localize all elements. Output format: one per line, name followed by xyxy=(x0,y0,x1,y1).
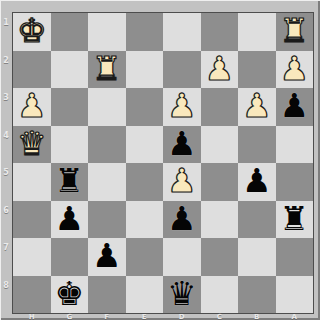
rank-label-2: 2 xyxy=(0,50,12,88)
white-pawn-d5: ♟ xyxy=(167,163,197,199)
square-f7[interactable]: ♟ xyxy=(88,238,126,276)
square-a3[interactable]: ♟ xyxy=(276,88,314,126)
square-c5[interactable] xyxy=(201,163,239,201)
square-c2[interactable]: ♟ xyxy=(201,51,239,89)
black-king-g8: ♚ xyxy=(54,276,84,312)
rank-label-5: 5 xyxy=(0,162,12,200)
square-g4[interactable] xyxy=(51,126,89,164)
square-b1[interactable] xyxy=(238,13,276,51)
square-e5[interactable] xyxy=(126,163,164,201)
square-d1[interactable] xyxy=(163,13,201,51)
file-label-g: G xyxy=(51,313,89,320)
square-f2[interactable]: ♜ xyxy=(88,51,126,89)
file-label-a: A xyxy=(276,313,314,320)
square-g5[interactable]: ♜ xyxy=(51,163,89,201)
square-e7[interactable] xyxy=(126,238,164,276)
square-d8[interactable]: ♛ xyxy=(163,276,201,314)
square-c4[interactable] xyxy=(201,126,239,164)
square-b7[interactable] xyxy=(238,238,276,276)
rank-label-6: 6 xyxy=(0,200,12,238)
square-f6[interactable] xyxy=(88,201,126,239)
white-pawn-c2: ♟ xyxy=(204,51,234,87)
square-b2[interactable] xyxy=(238,51,276,89)
square-b8[interactable] xyxy=(238,276,276,314)
square-f1[interactable] xyxy=(88,13,126,51)
black-pawn-a3: ♟ xyxy=(279,88,309,124)
square-g7[interactable] xyxy=(51,238,89,276)
square-h7[interactable] xyxy=(13,238,51,276)
square-c8[interactable] xyxy=(201,276,239,314)
square-b6[interactable] xyxy=(238,201,276,239)
square-g3[interactable] xyxy=(51,88,89,126)
square-h8[interactable] xyxy=(13,276,51,314)
chess-board-frame: 12345678 ♚♜♜♟♟♟♟♟♟♛♟♜♟♟♟♟♜♟♚♛ HGFEDCBA xyxy=(0,0,320,320)
square-a4[interactable] xyxy=(276,126,314,164)
square-c3[interactable] xyxy=(201,88,239,126)
file-labels: HGFEDCBA xyxy=(13,313,313,320)
square-a5[interactable] xyxy=(276,163,314,201)
square-a2[interactable]: ♟ xyxy=(276,51,314,89)
square-e3[interactable] xyxy=(126,88,164,126)
square-b5[interactable]: ♟ xyxy=(238,163,276,201)
rank-label-8: 8 xyxy=(0,275,12,313)
file-label-d: D xyxy=(163,313,201,320)
black-pawn-d6: ♟ xyxy=(167,201,197,237)
square-h3[interactable]: ♟ xyxy=(13,88,51,126)
square-h6[interactable] xyxy=(13,201,51,239)
square-c6[interactable] xyxy=(201,201,239,239)
file-label-f: F xyxy=(88,313,126,320)
white-king-h1: ♚ xyxy=(17,13,47,49)
square-f8[interactable] xyxy=(88,276,126,314)
white-pawn-h3: ♟ xyxy=(17,88,47,124)
black-rook-g5: ♜ xyxy=(54,163,84,199)
white-rook-a1: ♜ xyxy=(279,13,309,49)
square-a7[interactable] xyxy=(276,238,314,276)
square-b3[interactable]: ♟ xyxy=(238,88,276,126)
black-pawn-f7: ♟ xyxy=(92,238,122,274)
rank-label-7: 7 xyxy=(0,237,12,275)
black-pawn-b5: ♟ xyxy=(242,163,272,199)
square-h4[interactable]: ♛ xyxy=(13,126,51,164)
square-a1[interactable]: ♜ xyxy=(276,13,314,51)
file-label-c: C xyxy=(201,313,239,320)
square-d3[interactable]: ♟ xyxy=(163,88,201,126)
black-rook-a6: ♜ xyxy=(279,201,309,237)
white-pawn-d3: ♟ xyxy=(167,88,197,124)
white-pawn-b3: ♟ xyxy=(242,88,272,124)
white-pawn-a2: ♟ xyxy=(279,51,309,87)
square-f3[interactable] xyxy=(88,88,126,126)
rank-label-3: 3 xyxy=(0,87,12,125)
square-h1[interactable]: ♚ xyxy=(13,13,51,51)
file-label-e: E xyxy=(126,313,164,320)
rank-label-4: 4 xyxy=(0,125,12,163)
square-c7[interactable] xyxy=(201,238,239,276)
square-f4[interactable] xyxy=(88,126,126,164)
square-g8[interactable]: ♚ xyxy=(51,276,89,314)
square-e4[interactable] xyxy=(126,126,164,164)
square-d4[interactable]: ♟ xyxy=(163,126,201,164)
square-a8[interactable] xyxy=(276,276,314,314)
square-h2[interactable] xyxy=(13,51,51,89)
square-e1[interactable] xyxy=(126,13,164,51)
black-pawn-g6: ♟ xyxy=(54,201,84,237)
square-e6[interactable] xyxy=(126,201,164,239)
square-b4[interactable] xyxy=(238,126,276,164)
file-label-h: H xyxy=(13,313,51,320)
file-label-b: B xyxy=(238,313,276,320)
square-e8[interactable] xyxy=(126,276,164,314)
square-d7[interactable] xyxy=(163,238,201,276)
square-g6[interactable]: ♟ xyxy=(51,201,89,239)
square-d2[interactable] xyxy=(163,51,201,89)
square-f5[interactable] xyxy=(88,163,126,201)
square-h5[interactable] xyxy=(13,163,51,201)
white-rook-f2: ♜ xyxy=(92,51,122,87)
black-queen-d8: ♛ xyxy=(167,276,197,312)
rank-label-1: 1 xyxy=(0,12,12,50)
black-pawn-d4: ♟ xyxy=(167,126,197,162)
chess-board: ♚♜♜♟♟♟♟♟♟♛♟♜♟♟♟♟♜♟♚♛ xyxy=(12,12,314,314)
rank-labels: 12345678 xyxy=(0,12,12,314)
square-a6[interactable]: ♜ xyxy=(276,201,314,239)
square-d5[interactable]: ♟ xyxy=(163,163,201,201)
square-d6[interactable]: ♟ xyxy=(163,201,201,239)
square-c1[interactable] xyxy=(201,13,239,51)
square-g2[interactable] xyxy=(51,51,89,89)
white-queen-h4: ♛ xyxy=(17,126,47,162)
square-g1[interactable] xyxy=(51,13,89,51)
square-e2[interactable] xyxy=(126,51,164,89)
